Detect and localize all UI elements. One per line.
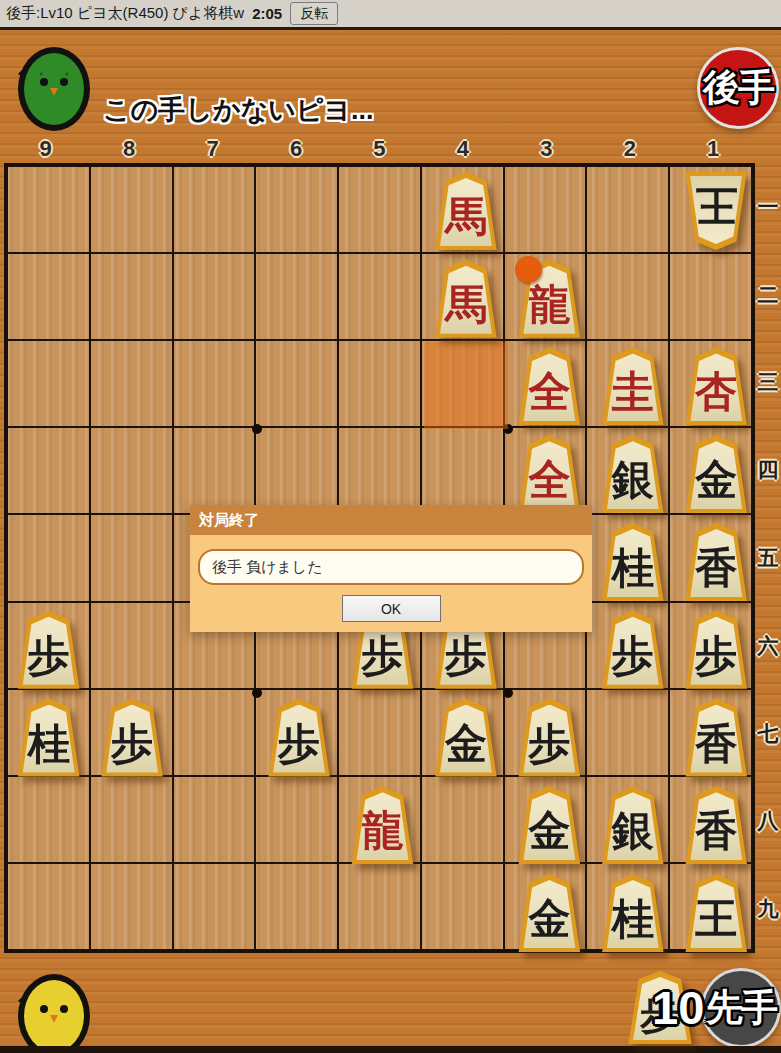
piece-body: 王 (684, 172, 748, 250)
bottom-strip (0, 1046, 781, 1053)
star-point (252, 688, 262, 698)
file-label: 6 (254, 136, 337, 163)
shogi-piece[interactable]: 銀 (601, 786, 665, 864)
piece-body: 銀 (601, 435, 665, 513)
piece-kanji: 香 (695, 537, 737, 589)
piece-kanji: 歩 (695, 625, 737, 677)
piece-kanji: 歩 (528, 713, 570, 765)
piece-kanji: 龍 (362, 800, 404, 852)
piece-body: 圭 (601, 347, 665, 425)
file-label: 9 (4, 136, 87, 163)
shogi-piece[interactable]: 龍 (351, 786, 415, 864)
status-bar: 後手:Lv10 ピヨ太(R450) ぴよ将棋w 2:05 反転 (0, 0, 781, 30)
file-label: 2 (588, 136, 671, 163)
star-point (503, 688, 513, 698)
dialog-message: 後手 負けました (198, 549, 584, 585)
rank-label: 三 (755, 339, 781, 427)
piece-body: 馬 (434, 260, 498, 338)
file-label: 7 (171, 136, 254, 163)
rank-label: 八 (755, 777, 781, 865)
piece-body: 歩 (684, 611, 748, 689)
status-bar-title: 後手:Lv10 ピヨ太(R450) ぴよ将棋w (6, 4, 244, 23)
piece-body: 香 (684, 699, 748, 777)
rank-label: 九 (755, 865, 781, 953)
piece-body: 歩 (267, 699, 331, 777)
shogi-piece[interactable]: 杏 (684, 347, 748, 425)
shogi-piece[interactable]: 桂 (601, 523, 665, 601)
rank-label: 七 (755, 690, 781, 778)
piece-body: 桂 (17, 699, 81, 777)
piece-kanji: 歩 (362, 625, 404, 677)
rank-label: 五 (755, 514, 781, 602)
piece-body: 歩 (601, 611, 665, 689)
gote-badge-label: 後手 (703, 63, 773, 113)
shogi-piece[interactable]: 香 (684, 523, 748, 601)
rank-label: 二 (755, 251, 781, 339)
piece-kanji: 王 (695, 184, 737, 236)
speech-bubble-text: この手しかないピヨ... (103, 92, 374, 128)
shogi-piece[interactable]: 金 (517, 874, 581, 952)
rank-label: 四 (755, 426, 781, 514)
game-over-dialog: 対局終了 後手 負けました OK (190, 505, 592, 632)
gote-badge: 後手 (697, 47, 779, 129)
piece-kanji: 金 (445, 713, 487, 765)
piece-body: 杏 (684, 347, 748, 425)
piece-kanji: 歩 (612, 625, 654, 677)
game-clock: 2:05 (252, 5, 282, 22)
piece-body: 桂 (601, 874, 665, 952)
piece-kanji: 全 (528, 361, 570, 413)
rank-labels: 一二三四五六七八九 (755, 163, 781, 953)
piece-body: 香 (684, 523, 748, 601)
piece-body: 金 (517, 786, 581, 864)
piece-body: 歩 (517, 699, 581, 777)
piece-body: 馬 (434, 172, 498, 250)
shogi-piece[interactable]: 銀 (601, 435, 665, 513)
piece-kanji: 歩 (28, 625, 70, 677)
piece-body: 王 (684, 874, 748, 952)
file-label: 3 (505, 136, 588, 163)
piece-kanji: 馬 (445, 274, 487, 326)
piece-kanji: 金 (528, 800, 570, 852)
shogi-piece[interactable]: 金 (434, 699, 498, 777)
shogi-piece[interactable]: 王 (684, 874, 748, 952)
sente-chick-avatar (12, 971, 92, 1053)
shogi-piece[interactable]: 金 (684, 435, 748, 513)
piyo-shogi-app: 後手:Lv10 ピヨ太(R450) ぴよ将棋w 2:05 反転 この手しかないピ… (0, 0, 781, 1053)
file-labels: 987654321 (4, 136, 755, 163)
shogi-piece[interactable]: 歩 (267, 699, 331, 777)
shogi-piece[interactable]: 全 (517, 347, 581, 425)
piece-kanji: 全 (528, 449, 570, 501)
piece-kanji: 桂 (612, 888, 654, 940)
piece-body: 金 (434, 699, 498, 777)
piece-body: 歩 (17, 611, 81, 689)
shogi-piece[interactable]: 桂 (601, 874, 665, 952)
shogi-piece[interactable]: 歩 (684, 611, 748, 689)
shogi-piece[interactable]: 馬 (434, 172, 498, 250)
star-point (252, 424, 262, 434)
piece-body: 歩 (100, 699, 164, 777)
shogi-piece[interactable]: 金 (517, 786, 581, 864)
shogi-piece[interactable]: 香 (684, 786, 748, 864)
shogi-piece[interactable]: 王 (684, 172, 748, 250)
piece-body: 全 (517, 435, 581, 513)
piece-kanji: 歩 (278, 713, 320, 765)
piece-kanji: 歩 (445, 625, 487, 677)
shogi-piece[interactable]: 馬 (434, 260, 498, 338)
shogi-piece[interactable]: 全 (517, 435, 581, 513)
piece-kanji: 圭 (612, 361, 654, 413)
rank-label: 六 (755, 602, 781, 690)
piece-body: 香 (684, 786, 748, 864)
shogi-piece[interactable]: 圭 (601, 347, 665, 425)
rank-label: 一 (755, 163, 781, 251)
piece-kanji: 銀 (612, 449, 654, 501)
shogi-piece[interactable]: 歩 (517, 699, 581, 777)
file-label: 5 (338, 136, 421, 163)
shogi-piece[interactable]: 歩 (601, 611, 665, 689)
piece-kanji: 金 (528, 888, 570, 940)
shogi-piece[interactable]: 桂 (17, 699, 81, 777)
piece-body: 金 (684, 435, 748, 513)
file-label: 4 (421, 136, 504, 163)
piece-body: 全 (517, 347, 581, 425)
piece-body: 桂 (601, 523, 665, 601)
piece-kanji: 金 (695, 449, 737, 501)
piece-kanji: 馬 (445, 186, 487, 238)
piece-body: 金 (517, 874, 581, 952)
hand-pawn-count: 10 (652, 980, 704, 1035)
dialog-title: 対局終了 (190, 505, 592, 535)
piece-kanji: 銀 (612, 800, 654, 852)
flip-board-button[interactable]: 反転 (290, 2, 338, 25)
piece-kanji: 杏 (695, 361, 737, 413)
shogi-piece[interactable]: 歩 (17, 611, 81, 689)
piece-kanji: 香 (695, 713, 737, 765)
sente-badge: 先手 (701, 968, 781, 1048)
shogi-piece[interactable]: 歩 (100, 699, 164, 777)
dialog-ok-button[interactable]: OK (342, 595, 441, 622)
piece-kanji: 香 (695, 800, 737, 852)
file-label: 8 (87, 136, 170, 163)
piece-kanji: 桂 (612, 537, 654, 589)
piece-kanji: 桂 (28, 713, 70, 765)
shogi-piece[interactable]: 香 (684, 699, 748, 777)
last-move-from-highlight (424, 342, 507, 430)
last-move-dot (515, 256, 542, 283)
piece-kanji: 歩 (111, 713, 153, 765)
piece-kanji: 王 (695, 888, 737, 940)
piece-body: 銀 (601, 786, 665, 864)
piece-body: 龍 (351, 786, 415, 864)
gote-bird-avatar (12, 44, 92, 134)
file-label: 1 (672, 136, 755, 163)
sente-badge-label: 先手 (706, 983, 776, 1033)
